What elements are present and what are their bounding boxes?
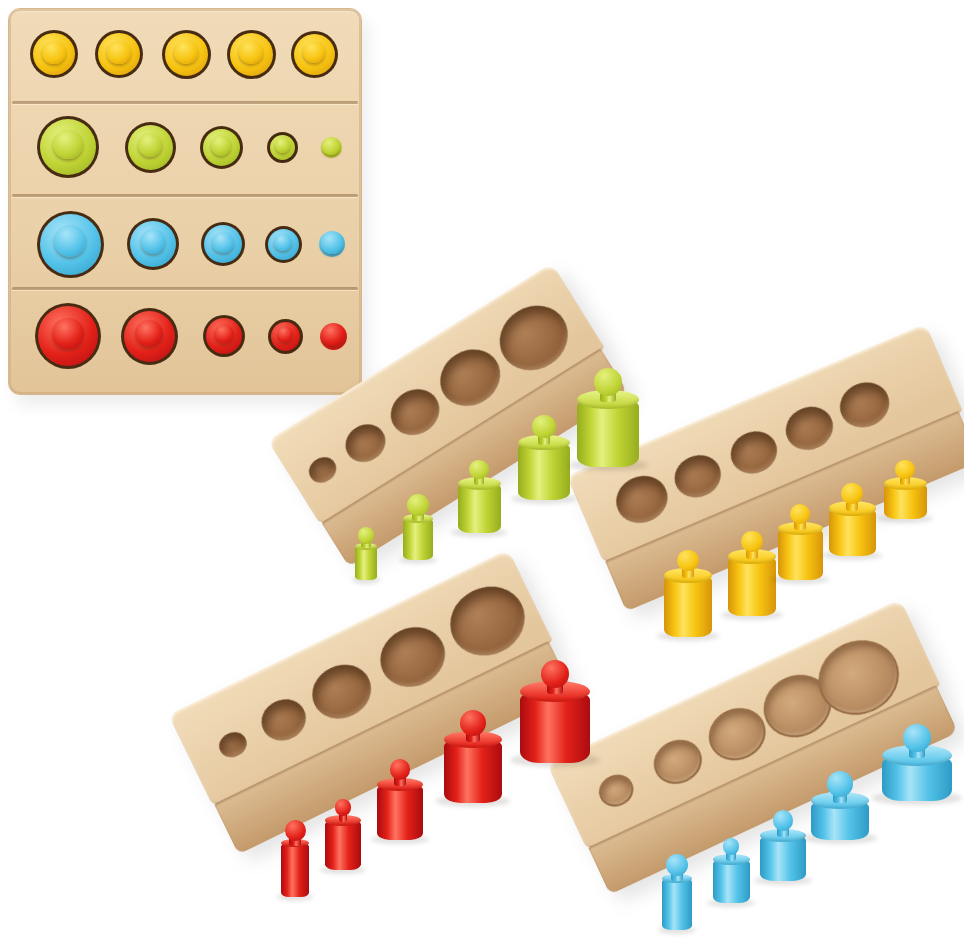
cylinder-knob (52, 318, 84, 350)
standing-cylinder-green-2 (403, 494, 433, 560)
cylinder-body (403, 518, 433, 560)
knob-dome (390, 759, 411, 780)
knob-dome (677, 550, 699, 572)
knob-dome (841, 483, 862, 504)
tray-cylinder-yellow-4 (227, 30, 276, 79)
knob-dome (723, 838, 740, 855)
cylinder-body (518, 442, 570, 500)
knob-dome (532, 415, 555, 438)
tray-cylinder-yellow-1 (30, 30, 78, 78)
cylinder-knob (42, 41, 65, 64)
standing-cylinder-yellow-1 (664, 550, 712, 637)
cylinder-body (377, 784, 423, 840)
tray-cylinder-blue-2 (127, 218, 179, 270)
tray-cylinder-green-4 (267, 132, 298, 163)
standing-cylinder-green-4 (518, 415, 570, 500)
standing-cylinder-yellow-2 (728, 531, 776, 616)
knob-dome (741, 531, 763, 553)
knob-dome (541, 660, 569, 688)
knob-dome (827, 771, 853, 797)
tray-plank-seam (12, 194, 358, 197)
cylinder-body (444, 739, 502, 803)
standing-cylinder-red-3 (377, 759, 423, 840)
cylinder-knob (53, 130, 83, 160)
standing-cylinder-yellow-3 (778, 504, 823, 580)
tray-cylinder-yellow-2 (95, 30, 143, 78)
cylinder-knob (107, 41, 130, 64)
tray-cylinder-red-3 (203, 315, 245, 357)
knob-dome (773, 810, 794, 831)
cylinder-knob (212, 232, 233, 253)
knob-dome (335, 799, 351, 815)
cylinder-body (458, 483, 501, 533)
standing-cylinder-blue-5 (882, 724, 952, 801)
tray-plank-seam (12, 101, 358, 104)
tray-cylinder-blue-3 (201, 222, 245, 266)
cylinder-knob (322, 324, 344, 346)
cylinder-knob (274, 234, 292, 252)
standing-cylinder-blue-3 (760, 810, 806, 881)
tray-cylinder-red-1 (35, 303, 101, 369)
cylinder-knob (174, 40, 198, 64)
standing-cylinder-red-5 (520, 660, 590, 763)
tray-plank-seam (12, 287, 358, 290)
product-photo-scene (0, 0, 964, 946)
standing-cylinder-red-2 (325, 799, 361, 870)
tray-cylinder-blue-4 (265, 226, 302, 263)
cylinder-body (662, 878, 692, 930)
cylinder-tray (8, 8, 362, 395)
cylinder-knob (239, 40, 263, 64)
tray-cylinder-blue-1 (37, 211, 104, 278)
cylinder-body (355, 546, 377, 580)
tray-cylinder-green-5 (321, 137, 342, 158)
tray-cylinder-green-1 (37, 116, 99, 178)
standing-cylinder-green-3 (458, 460, 501, 533)
cylinder-body (664, 575, 712, 637)
standing-cylinder-blue-2 (713, 838, 750, 903)
standing-cylinder-green-1 (355, 527, 377, 580)
knob-dome (469, 460, 488, 479)
standing-cylinder-green-5 (577, 368, 639, 467)
knob-dome (666, 854, 689, 877)
cylinder-block-red (168, 549, 577, 857)
cylinder-knob (211, 135, 232, 156)
cylinder-knob (322, 138, 339, 155)
standing-cylinder-red-1 (281, 820, 309, 897)
cylinder-body (577, 399, 639, 467)
standing-cylinder-blue-4 (811, 771, 869, 840)
knob-dome (285, 820, 306, 841)
knob-dome (460, 710, 486, 736)
tray-cylinder-red-5 (320, 323, 347, 350)
cylinder-body (778, 528, 823, 580)
standing-cylinder-yellow-4 (829, 483, 876, 556)
cylinder-knob (321, 232, 342, 253)
standing-cylinder-yellow-5 (884, 460, 927, 519)
tray-cylinder-green-2 (125, 122, 176, 173)
knob-dome (790, 504, 810, 524)
tray-cylinder-blue-5 (319, 231, 345, 257)
cylinder-body (325, 820, 361, 870)
tray-cylinder-green-3 (200, 126, 243, 169)
cylinder-body (281, 843, 309, 897)
cylinder-knob (135, 320, 162, 347)
cylinder-body (728, 556, 776, 616)
cylinder-body (713, 859, 750, 903)
tray-cylinder-yellow-3 (162, 30, 211, 79)
knob-dome (407, 494, 430, 517)
knob-dome (358, 527, 375, 544)
standing-cylinder-blue-1 (662, 854, 692, 930)
cylinder-knob (275, 138, 290, 153)
tray-cylinder-red-2 (121, 308, 178, 365)
tray-cylinder-red-4 (268, 319, 303, 354)
knob-dome (903, 724, 931, 752)
knob-dome (895, 460, 914, 479)
standing-cylinder-red-4 (444, 710, 502, 803)
knob-dome (594, 368, 622, 396)
tray-cylinder-yellow-5 (291, 31, 338, 78)
